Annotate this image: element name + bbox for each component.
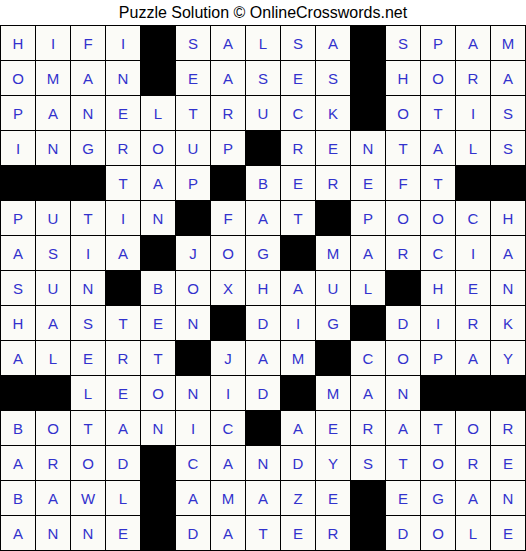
- letter-cell: A: [211, 26, 245, 60]
- letter-cell: T: [386, 131, 420, 165]
- letter-cell: U: [36, 271, 70, 305]
- letter-cell: C: [456, 201, 490, 235]
- letter-cell: O: [386, 201, 420, 235]
- letter-cell: T: [71, 411, 105, 445]
- letter-cell: S: [491, 96, 525, 130]
- block-cell: [281, 376, 315, 410]
- letter-cell: S: [246, 61, 280, 95]
- letter-cell: U: [36, 201, 70, 235]
- letter-cell: H: [491, 201, 525, 235]
- letter-cell: W: [71, 481, 105, 515]
- block-cell: [106, 271, 140, 305]
- letter-cell: B: [1, 411, 35, 445]
- letter-cell: U: [316, 271, 350, 305]
- block-cell: [141, 481, 175, 515]
- letter-cell: R: [316, 516, 350, 550]
- letter-cell: A: [246, 201, 280, 235]
- letter-cell: A: [246, 341, 280, 375]
- letter-cell: S: [176, 26, 210, 60]
- letter-cell: N: [71, 516, 105, 550]
- letter-cell: O: [456, 411, 490, 445]
- letter-cell: I: [106, 26, 140, 60]
- letter-cell: E: [71, 341, 105, 375]
- letter-cell: O: [421, 201, 455, 235]
- letter-cell: S: [71, 306, 105, 340]
- letter-cell: I: [36, 26, 70, 60]
- letter-cell: C: [421, 236, 455, 270]
- letter-cell: R: [491, 411, 525, 445]
- letter-cell: B: [1, 481, 35, 515]
- letter-cell: A: [36, 96, 70, 130]
- puzzle-solution-page: Puzzle Solution © OnlineCrosswords.net H…: [0, 0, 526, 551]
- letter-cell: L: [351, 271, 385, 305]
- letter-cell: C: [211, 411, 245, 445]
- letter-cell: P: [211, 131, 245, 165]
- letter-cell: N: [491, 271, 525, 305]
- letter-cell: K: [316, 96, 350, 130]
- letter-cell: A: [1, 516, 35, 550]
- letter-cell: D: [176, 516, 210, 550]
- letter-cell: N: [246, 446, 280, 480]
- letter-cell: L: [246, 26, 280, 60]
- letter-cell: Y: [316, 446, 350, 480]
- letter-cell: G: [316, 306, 350, 340]
- letter-cell: I: [211, 376, 245, 410]
- letter-cell: A: [281, 271, 315, 305]
- letter-cell: A: [351, 376, 385, 410]
- letter-cell: E: [106, 516, 140, 550]
- letter-cell: T: [281, 201, 315, 235]
- block-cell: [176, 341, 210, 375]
- block-cell: [211, 306, 245, 340]
- letter-cell: M: [316, 236, 350, 270]
- letter-cell: N: [71, 96, 105, 130]
- letter-cell: R: [456, 306, 490, 340]
- letter-cell: N: [141, 201, 175, 235]
- block-cell: [1, 376, 35, 410]
- letter-cell: A: [106, 236, 140, 270]
- letter-cell: A: [106, 411, 140, 445]
- letter-cell: D: [386, 306, 420, 340]
- block-cell: [421, 376, 455, 410]
- block-cell: [141, 516, 175, 550]
- letter-cell: T: [141, 341, 175, 375]
- letter-cell: L: [71, 376, 105, 410]
- letter-cell: A: [351, 236, 385, 270]
- block-cell: [141, 26, 175, 60]
- letter-cell: C: [281, 96, 315, 130]
- letter-cell: R: [316, 166, 350, 200]
- letter-cell: I: [456, 236, 490, 270]
- letter-cell: R: [106, 131, 140, 165]
- letter-cell: A: [1, 446, 35, 480]
- letter-cell: O: [141, 131, 175, 165]
- letter-cell: X: [211, 271, 245, 305]
- block-cell: [351, 306, 385, 340]
- letter-cell: K: [491, 306, 525, 340]
- letter-cell: T: [421, 96, 455, 130]
- letter-cell: E: [491, 516, 525, 550]
- letter-cell: P: [1, 96, 35, 130]
- block-cell: [211, 166, 245, 200]
- letter-cell: T: [176, 96, 210, 130]
- letter-cell: E: [141, 306, 175, 340]
- letter-cell: F: [211, 201, 245, 235]
- letter-cell: A: [456, 481, 490, 515]
- letter-cell: S: [1, 271, 35, 305]
- letter-cell: I: [421, 306, 455, 340]
- block-cell: [351, 516, 385, 550]
- letter-cell: H: [421, 271, 455, 305]
- letter-cell: R: [456, 446, 490, 480]
- letter-cell: M: [211, 481, 245, 515]
- block-cell: [491, 376, 525, 410]
- letter-cell: L: [106, 481, 140, 515]
- letter-cell: B: [141, 271, 175, 305]
- letter-cell: U: [176, 131, 210, 165]
- letter-cell: A: [456, 341, 490, 375]
- letter-cell: E: [316, 411, 350, 445]
- letter-cell: A: [386, 411, 420, 445]
- letter-cell: N: [106, 61, 140, 95]
- block-cell: [36, 376, 70, 410]
- block-cell: [316, 201, 350, 235]
- letter-cell: L: [456, 516, 490, 550]
- letter-cell: R: [386, 236, 420, 270]
- letter-cell: T: [246, 516, 280, 550]
- letter-cell: M: [281, 341, 315, 375]
- letter-cell: R: [211, 96, 245, 130]
- letter-cell: P: [1, 201, 35, 235]
- letter-cell: C: [176, 446, 210, 480]
- letter-cell: I: [456, 96, 490, 130]
- letter-cell: F: [71, 26, 105, 60]
- letter-cell: R: [106, 341, 140, 375]
- letter-cell: Z: [281, 481, 315, 515]
- letter-cell: Y: [491, 341, 525, 375]
- letter-cell: D: [106, 446, 140, 480]
- letter-cell: O: [386, 96, 420, 130]
- letter-cell: J: [176, 236, 210, 270]
- letter-cell: D: [246, 306, 280, 340]
- letter-cell: A: [36, 306, 70, 340]
- letter-cell: S: [281, 26, 315, 60]
- letter-cell: A: [246, 481, 280, 515]
- block-cell: [351, 26, 385, 60]
- block-cell: [71, 166, 105, 200]
- letter-cell: A: [141, 166, 175, 200]
- letter-cell: A: [1, 341, 35, 375]
- letter-cell: R: [36, 446, 70, 480]
- letter-cell: J: [211, 341, 245, 375]
- letter-cell: E: [316, 481, 350, 515]
- letter-cell: O: [421, 61, 455, 95]
- letter-cell: N: [36, 516, 70, 550]
- letter-cell: O: [1, 61, 35, 95]
- letter-cell: O: [71, 446, 105, 480]
- letter-cell: O: [421, 516, 455, 550]
- letter-cell: I: [176, 411, 210, 445]
- letter-cell: R: [456, 61, 490, 95]
- letter-cell: T: [106, 306, 140, 340]
- block-cell: [491, 166, 525, 200]
- page-title: Puzzle Solution © OnlineCrosswords.net: [0, 0, 526, 25]
- letter-cell: A: [211, 61, 245, 95]
- letter-cell: N: [176, 306, 210, 340]
- letter-cell: A: [421, 131, 455, 165]
- letter-cell: O: [421, 446, 455, 480]
- letter-cell: A: [211, 446, 245, 480]
- letter-cell: S: [351, 446, 385, 480]
- letter-cell: D: [386, 516, 420, 550]
- letter-cell: D: [281, 446, 315, 480]
- letter-cell: E: [281, 61, 315, 95]
- letter-cell: P: [421, 26, 455, 60]
- letter-cell: P: [176, 166, 210, 200]
- block-cell: [36, 166, 70, 200]
- block-cell: [246, 131, 280, 165]
- letter-cell: A: [316, 26, 350, 60]
- letter-cell: O: [36, 411, 70, 445]
- letter-cell: I: [1, 131, 35, 165]
- letter-cell: A: [1, 236, 35, 270]
- letter-cell: B: [246, 166, 280, 200]
- letter-cell: O: [211, 236, 245, 270]
- letter-cell: S: [491, 131, 525, 165]
- block-cell: [176, 201, 210, 235]
- letter-cell: L: [456, 131, 490, 165]
- letter-cell: T: [106, 166, 140, 200]
- letter-cell: T: [386, 446, 420, 480]
- letter-cell: E: [176, 61, 210, 95]
- block-cell: [1, 166, 35, 200]
- letter-cell: E: [456, 271, 490, 305]
- letter-cell: N: [176, 376, 210, 410]
- letter-cell: A: [176, 481, 210, 515]
- letter-cell: S: [316, 61, 350, 95]
- letter-cell: E: [106, 376, 140, 410]
- letter-cell: A: [71, 61, 105, 95]
- letter-cell: T: [71, 201, 105, 235]
- letter-cell: T: [421, 411, 455, 445]
- crossword-grid: HIFISALSASPAMOMANEASESHORAPANELTRUCKOTIS…: [0, 25, 526, 551]
- letter-cell: N: [491, 481, 525, 515]
- letter-cell: N: [386, 376, 420, 410]
- block-cell: [351, 61, 385, 95]
- letter-cell: H: [246, 271, 280, 305]
- letter-cell: E: [351, 166, 385, 200]
- letter-cell: M: [491, 26, 525, 60]
- letter-cell: N: [351, 131, 385, 165]
- letter-cell: R: [351, 411, 385, 445]
- letter-cell: A: [456, 26, 490, 60]
- block-cell: [141, 61, 175, 95]
- letter-cell: H: [1, 26, 35, 60]
- letter-cell: L: [141, 96, 175, 130]
- block-cell: [141, 446, 175, 480]
- letter-cell: S: [386, 26, 420, 60]
- letter-cell: H: [1, 306, 35, 340]
- letter-cell: G: [246, 236, 280, 270]
- block-cell: [316, 341, 350, 375]
- letter-cell: G: [71, 131, 105, 165]
- letter-cell: A: [491, 61, 525, 95]
- block-cell: [456, 376, 490, 410]
- letter-cell: M: [316, 376, 350, 410]
- letter-cell: F: [386, 166, 420, 200]
- letter-cell: G: [421, 481, 455, 515]
- block-cell: [456, 166, 490, 200]
- letter-cell: O: [141, 376, 175, 410]
- letter-cell: R: [281, 131, 315, 165]
- letter-cell: D: [246, 376, 280, 410]
- letter-cell: M: [36, 61, 70, 95]
- letter-cell: E: [106, 96, 140, 130]
- letter-cell: N: [71, 271, 105, 305]
- block-cell: [246, 411, 280, 445]
- letter-cell: O: [386, 341, 420, 375]
- letter-cell: L: [36, 341, 70, 375]
- block-cell: [386, 271, 420, 305]
- letter-cell: P: [421, 341, 455, 375]
- letter-cell: I: [71, 236, 105, 270]
- letter-cell: O: [176, 271, 210, 305]
- letter-cell: E: [386, 481, 420, 515]
- letter-cell: N: [36, 131, 70, 165]
- letter-cell: E: [316, 131, 350, 165]
- block-cell: [281, 236, 315, 270]
- letter-cell: H: [386, 61, 420, 95]
- letter-cell: E: [281, 516, 315, 550]
- letter-cell: N: [141, 411, 175, 445]
- letter-cell: I: [281, 306, 315, 340]
- block-cell: [351, 481, 385, 515]
- letter-cell: A: [211, 516, 245, 550]
- letter-cell: E: [491, 446, 525, 480]
- letter-cell: I: [106, 201, 140, 235]
- letter-cell: P: [351, 201, 385, 235]
- block-cell: [351, 96, 385, 130]
- letter-cell: U: [246, 96, 280, 130]
- letter-cell: E: [281, 166, 315, 200]
- letter-cell: S: [36, 236, 70, 270]
- letter-cell: A: [36, 481, 70, 515]
- letter-cell: C: [351, 341, 385, 375]
- letter-cell: A: [281, 411, 315, 445]
- letter-cell: A: [491, 236, 525, 270]
- letter-cell: T: [421, 166, 455, 200]
- block-cell: [141, 236, 175, 270]
